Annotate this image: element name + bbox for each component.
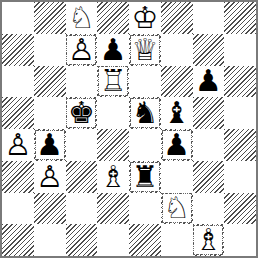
square-c2[interactable] [66, 193, 98, 225]
piece-white-knight: ♘ [163, 194, 191, 222]
square-a7[interactable] [2, 34, 34, 66]
piece-black-bishop: ♝ [163, 99, 191, 127]
square-b5[interactable] [34, 97, 66, 129]
square-b6[interactable] [34, 66, 66, 98]
square-a1[interactable] [2, 224, 34, 256]
piece-white-pawn: ♙ [4, 131, 32, 159]
square-a3[interactable] [2, 161, 34, 193]
square-e7[interactable]: ♕ [129, 34, 161, 66]
square-f5[interactable]: ♝ [161, 97, 193, 129]
square-h7[interactable] [224, 34, 256, 66]
square-a4[interactable]: ♙ [2, 129, 34, 161]
square-h1[interactable] [224, 224, 256, 256]
square-g3[interactable] [193, 161, 225, 193]
square-b7[interactable] [34, 34, 66, 66]
piece-black-pawn: ♟ [36, 131, 64, 159]
square-c6[interactable] [66, 66, 98, 98]
square-b3[interactable]: ♙ [34, 161, 66, 193]
square-e1[interactable] [129, 224, 161, 256]
square-g8[interactable] [193, 2, 225, 34]
square-e6[interactable] [129, 66, 161, 98]
square-c7[interactable]: ♙ [66, 34, 98, 66]
piece-white-bishop: ♗ [194, 226, 222, 254]
square-d1[interactable] [97, 224, 129, 256]
square-c4[interactable] [66, 129, 98, 161]
square-a8[interactable] [2, 2, 34, 34]
square-a5[interactable] [2, 97, 34, 129]
piece-white-king: ♔ [131, 4, 159, 32]
piece-white-queen: ♕ [131, 36, 159, 64]
square-b8[interactable] [34, 2, 66, 34]
piece-black-pawn: ♟ [194, 67, 222, 95]
piece-black-king: ♚ [67, 99, 95, 127]
square-h4[interactable] [224, 129, 256, 161]
square-f2[interactable]: ♘ [161, 193, 193, 225]
piece-black-knight: ♞ [131, 99, 159, 127]
square-d2[interactable] [97, 193, 129, 225]
chess-board: ♘♔♙♟♕♖♟♚♞♝♙♟♟♙♗♜♘♗ [0, 0, 258, 258]
piece-white-rook: ♖ [99, 67, 127, 95]
square-b2[interactable] [34, 193, 66, 225]
square-f4[interactable]: ♟ [161, 129, 193, 161]
square-g6[interactable]: ♟ [193, 66, 225, 98]
square-e3[interactable]: ♜ [129, 161, 161, 193]
square-d5[interactable] [97, 97, 129, 129]
square-h2[interactable] [224, 193, 256, 225]
square-d7[interactable]: ♟ [97, 34, 129, 66]
square-e4[interactable] [129, 129, 161, 161]
square-h3[interactable] [224, 161, 256, 193]
square-a2[interactable] [2, 193, 34, 225]
square-d3[interactable]: ♗ [97, 161, 129, 193]
piece-black-pawn: ♟ [99, 36, 127, 64]
square-b4[interactable]: ♟ [34, 129, 66, 161]
square-g1[interactable]: ♗ [193, 224, 225, 256]
square-g5[interactable] [193, 97, 225, 129]
square-d4[interactable] [97, 129, 129, 161]
square-c5[interactable]: ♚ [66, 97, 98, 129]
square-c3[interactable] [66, 161, 98, 193]
square-g2[interactable] [193, 193, 225, 225]
piece-white-pawn: ♙ [67, 36, 95, 64]
piece-black-pawn: ♟ [163, 131, 191, 159]
square-a6[interactable] [2, 66, 34, 98]
piece-white-knight: ♘ [67, 4, 95, 32]
square-e2[interactable] [129, 193, 161, 225]
piece-white-bishop: ♗ [99, 163, 127, 191]
square-g4[interactable] [193, 129, 225, 161]
square-g7[interactable] [193, 34, 225, 66]
square-f6[interactable] [161, 66, 193, 98]
piece-black-rook: ♜ [131, 163, 159, 191]
square-h8[interactable] [224, 2, 256, 34]
square-f8[interactable] [161, 2, 193, 34]
piece-white-pawn: ♙ [36, 163, 64, 191]
square-e5[interactable]: ♞ [129, 97, 161, 129]
square-c1[interactable] [66, 224, 98, 256]
square-b1[interactable] [34, 224, 66, 256]
square-e8[interactable]: ♔ [129, 2, 161, 34]
square-f7[interactable] [161, 34, 193, 66]
square-d6[interactable]: ♖ [97, 66, 129, 98]
square-f3[interactable] [161, 161, 193, 193]
square-d8[interactable] [97, 2, 129, 34]
square-c8[interactable]: ♘ [66, 2, 98, 34]
square-h6[interactable] [224, 66, 256, 98]
square-f1[interactable] [161, 224, 193, 256]
square-h5[interactable] [224, 97, 256, 129]
